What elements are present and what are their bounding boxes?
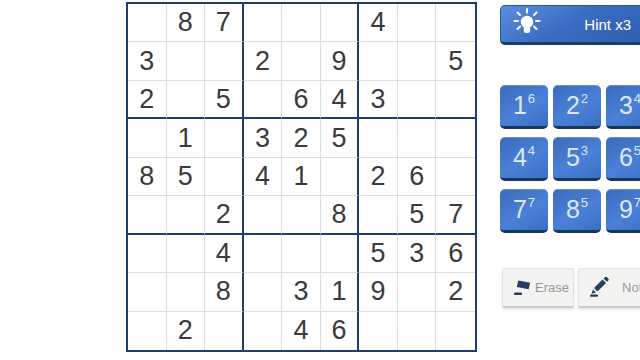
sudoku-cell-r5c6[interactable] [321, 158, 360, 196]
digit-label: 8 [566, 197, 580, 222]
sudoku-cell-r4c1[interactable] [128, 119, 167, 157]
sudoku-cell-r1c8[interactable] [398, 4, 437, 42]
sudoku-cell-r7c1[interactable] [128, 235, 167, 273]
sudoku-cell-r9c5[interactable]: 4 [282, 312, 321, 350]
notes-button[interactable]: Notes [578, 268, 640, 308]
sudoku-cell-r7c3[interactable]: 4 [205, 235, 244, 273]
digit-label: 1 [513, 93, 527, 118]
sudoku-cell-r4c9[interactable] [436, 119, 475, 157]
remaining-count: 6 [528, 92, 535, 105]
sudoku-cell-r1c2[interactable]: 8 [167, 4, 206, 42]
sudoku-cell-r4c2[interactable]: 1 [167, 119, 206, 157]
sudoku-cell-r9c9[interactable] [436, 312, 475, 350]
sudoku-cell-r7c6[interactable] [321, 235, 360, 273]
sudoku-cell-r7c7[interactable]: 5 [359, 235, 398, 273]
sudoku-cell-r7c2[interactable] [167, 235, 206, 273]
digit-label: 3 [619, 93, 633, 118]
sudoku-cell-r3c6[interactable]: 4 [321, 81, 360, 119]
digit-label: 7 [513, 197, 527, 222]
sudoku-cell-r2c4[interactable]: 2 [244, 42, 283, 80]
sudoku-cell-r3c2[interactable] [167, 81, 206, 119]
sudoku-cell-r9c8[interactable] [398, 312, 437, 350]
remaining-count: 7 [634, 196, 640, 209]
number-button-1[interactable]: 16 [500, 85, 548, 129]
sudoku-cell-r2c3[interactable] [205, 42, 244, 80]
number-button-5[interactable]: 53 [553, 137, 601, 181]
sudoku-cell-r4c7[interactable] [359, 119, 398, 157]
sudoku-cell-r9c6[interactable]: 6 [321, 312, 360, 350]
sudoku-cell-r6c2[interactable] [167, 196, 206, 234]
sudoku-cell-r1c4[interactable] [244, 4, 283, 42]
digit-label: 5 [566, 145, 580, 170]
sudoku-cell-r8c3[interactable]: 8 [205, 273, 244, 311]
sudoku-cell-r8c2[interactable] [167, 273, 206, 311]
sudoku-cell-r1c6[interactable] [321, 4, 360, 42]
sudoku-cell-r8c8[interactable] [398, 273, 437, 311]
sudoku-cell-r1c9[interactable] [436, 4, 475, 42]
digit-label: 6 [619, 145, 633, 170]
number-button-6[interactable]: 65 [606, 137, 640, 181]
sudoku-cell-r3c3[interactable]: 5 [205, 81, 244, 119]
erase-button[interactable]: Erase [502, 268, 574, 308]
digit-label: 9 [619, 197, 633, 222]
sudoku-cell-r6c7[interactable] [359, 196, 398, 234]
hint-button[interactable]: Hint x3 [500, 5, 640, 45]
lightbulb-icon [513, 8, 541, 40]
sudoku-cell-r9c3[interactable] [205, 312, 244, 350]
remaining-count: 5 [581, 196, 588, 209]
sudoku-cell-r8c4[interactable] [244, 273, 283, 311]
sudoku-cell-r7c4[interactable] [244, 235, 283, 273]
number-button-8[interactable]: 85 [553, 189, 601, 233]
sudoku-cell-r2c9[interactable]: 5 [436, 42, 475, 80]
sudoku-cell-r6c5[interactable] [282, 196, 321, 234]
remaining-count: 2 [581, 92, 588, 105]
sudoku-cell-r4c5[interactable]: 2 [282, 119, 321, 157]
sudoku-cell-r6c6[interactable]: 8 [321, 196, 360, 234]
sudoku-cell-r5c2[interactable]: 5 [167, 158, 206, 196]
sudoku-cell-r7c9[interactable]: 6 [436, 235, 475, 273]
number-button-7[interactable]: 77 [500, 189, 548, 233]
sudoku-cell-r1c3[interactable]: 7 [205, 4, 244, 42]
sudoku-cell-r6c4[interactable] [244, 196, 283, 234]
pencil-icon [587, 277, 611, 299]
sudoku-cell-r7c8[interactable]: 3 [398, 235, 437, 273]
sudoku-cell-r6c9[interactable]: 7 [436, 196, 475, 234]
number-button-9[interactable]: 97 [606, 189, 640, 233]
remaining-count: 4 [634, 92, 640, 105]
remaining-count: 4 [528, 144, 535, 157]
sudoku-cell-r4c4[interactable]: 3 [244, 119, 283, 157]
eraser-icon [511, 277, 535, 299]
sudoku-cell-r8c7[interactable]: 9 [359, 273, 398, 311]
sudoku-cell-r5c3[interactable] [205, 158, 244, 196]
sudoku-cell-r2c5[interactable] [282, 42, 321, 80]
digit-label: 4 [513, 145, 527, 170]
sudoku-cell-r1c5[interactable] [282, 4, 321, 42]
sudoku-cell-r5c1[interactable]: 8 [128, 158, 167, 196]
sudoku-cell-r9c7[interactable] [359, 312, 398, 350]
notes-label: Notes [622, 280, 640, 295]
sudoku-cell-r6c1[interactable] [128, 196, 167, 234]
sudoku-cell-r2c2[interactable] [167, 42, 206, 80]
digit-label: 2 [566, 93, 580, 118]
sudoku-cell-r8c5[interactable]: 3 [282, 273, 321, 311]
sudoku-cell-r5c7[interactable]: 2 [359, 158, 398, 196]
sudoku-cell-r2c8[interactable] [398, 42, 437, 80]
sudoku-cell-r5c4[interactable]: 4 [244, 158, 283, 196]
sudoku-cell-r3c5[interactable]: 6 [282, 81, 321, 119]
sudoku-cell-r4c8[interactable] [398, 119, 437, 157]
sudoku-cell-r5c9[interactable] [436, 158, 475, 196]
sudoku-cell-r2c7[interactable] [359, 42, 398, 80]
sudoku-cell-r3c4[interactable] [244, 81, 283, 119]
sudoku-cell-r3c1[interactable]: 2 [128, 81, 167, 119]
sudoku-cell-r6c3[interactable]: 2 [205, 196, 244, 234]
remaining-count: 7 [528, 196, 535, 209]
number-button-2[interactable]: 22 [553, 85, 601, 129]
hint-label: Hint x3 [584, 16, 631, 33]
sudoku-cell-r8c1[interactable] [128, 273, 167, 311]
sudoku-cell-r3c9[interactable] [436, 81, 475, 119]
sudoku-cell-r2c1[interactable]: 3 [128, 42, 167, 80]
sudoku-cell-r9c4[interactable] [244, 312, 283, 350]
remaining-count: 3 [581, 144, 588, 157]
sudoku-cell-r5c5[interactable]: 1 [282, 158, 321, 196]
sudoku-cell-r4c3[interactable] [205, 119, 244, 157]
sudoku-cell-r5c8[interactable]: 6 [398, 158, 437, 196]
sudoku-cell-r6c8[interactable]: 5 [398, 196, 437, 234]
sudoku-cell-r1c1[interactable] [128, 4, 167, 42]
sudoku-cell-r1c7[interactable]: 4 [359, 4, 398, 42]
number-button-3[interactable]: 34 [606, 85, 640, 129]
number-button-4[interactable]: 44 [500, 137, 548, 181]
sudoku-cell-r4c6[interactable]: 5 [321, 119, 360, 157]
sudoku-cell-r3c8[interactable] [398, 81, 437, 119]
sudoku-board: 87432952564313258541262857453683192246 [126, 2, 477, 352]
number-pad: 162234445365778597 [500, 85, 640, 233]
sudoku-cell-r8c9[interactable]: 2 [436, 273, 475, 311]
sudoku-cell-r2c6[interactable]: 9 [321, 42, 360, 80]
sudoku-cell-r3c7[interactable]: 3 [359, 81, 398, 119]
sudoku-cell-r8c6[interactable]: 1 [321, 273, 360, 311]
erase-label: Erase [535, 280, 569, 295]
sudoku-cell-r9c1[interactable] [128, 312, 167, 350]
sudoku-cell-r9c2[interactable]: 2 [167, 312, 206, 350]
remaining-count: 5 [634, 144, 640, 157]
sudoku-cell-r7c5[interactable] [282, 235, 321, 273]
